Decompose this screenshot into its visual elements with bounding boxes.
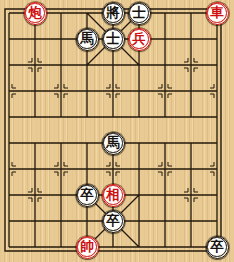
black-soldier-piece[interactable]: 卒: [102, 210, 125, 233]
black-soldier-piece[interactable]: 卒: [76, 184, 99, 207]
piece-glyph: 將: [106, 6, 120, 20]
red-elephant-piece[interactable]: 相: [102, 184, 125, 207]
piece-glyph: 馬: [106, 136, 120, 150]
piece-glyph: 卒: [210, 240, 224, 254]
piece-glyph: 兵: [132, 32, 146, 46]
piece-glyph: 炮: [28, 6, 42, 20]
piece-glyph: 車: [210, 6, 224, 20]
piece-glyph: 士: [106, 32, 120, 46]
pieces-layer: 炮將士車馬士兵馬卒相卒帥卒: [0, 0, 230, 260]
piece-glyph: 卒: [80, 188, 94, 202]
black-horse-piece[interactable]: 馬: [102, 132, 125, 155]
black-soldier-piece[interactable]: 卒: [206, 236, 229, 259]
black-advisor-piece[interactable]: 士: [102, 28, 125, 51]
black-general-piece[interactable]: 將: [102, 2, 125, 25]
black-horse-piece[interactable]: 馬: [76, 28, 99, 51]
piece-glyph: 相: [106, 188, 120, 202]
xiangqi-board[interactable]: 炮將士車馬士兵馬卒相卒帥卒: [0, 0, 234, 262]
piece-glyph: 帥: [80, 240, 94, 254]
piece-glyph: 卒: [106, 214, 120, 228]
red-cannon-piece[interactable]: 炮: [24, 2, 47, 25]
red-general-piece[interactable]: 帥: [76, 236, 99, 259]
red-soldier-piece[interactable]: 兵: [128, 28, 151, 51]
red-chariot-piece[interactable]: 車: [206, 2, 229, 25]
piece-glyph: 馬: [80, 32, 94, 46]
piece-glyph: 士: [132, 6, 146, 20]
black-advisor-piece[interactable]: 士: [128, 2, 151, 25]
